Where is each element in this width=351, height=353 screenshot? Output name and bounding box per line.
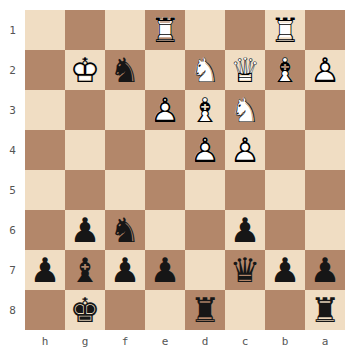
square-d2[interactable]: ♞♘ (185, 50, 225, 90)
square-b7[interactable]: ♟ (265, 250, 305, 290)
square-d5[interactable] (185, 170, 225, 210)
rank-label-4: 4 (0, 130, 25, 170)
rank-label-7: 7 (0, 250, 25, 290)
rank-label-3: 3 (0, 90, 25, 130)
square-h3[interactable] (25, 90, 65, 130)
white-pawn-piece: ♟♙ (145, 90, 185, 130)
square-f8[interactable] (105, 290, 145, 330)
black-king-piece: ♚ (65, 290, 105, 330)
square-e5[interactable] (145, 170, 185, 210)
chess-board-diagram: 12345678 ♜♖♜♖♚♔♞♞♘♛♕♝♗♟♙♟♙♝♗♞♘♟♙♟♙♟♞♟♟♝♟… (0, 0, 351, 353)
square-g4[interactable] (65, 130, 105, 170)
square-a3[interactable] (305, 90, 345, 130)
file-label-g: g (65, 330, 105, 353)
square-c3[interactable]: ♞♘ (225, 90, 265, 130)
white-knight-piece: ♞♘ (185, 50, 225, 90)
square-b4[interactable] (265, 130, 305, 170)
file-label-c: c (225, 330, 265, 353)
square-c2[interactable]: ♛♕ (225, 50, 265, 90)
file-labels: hgfedcba (25, 330, 345, 353)
square-g6[interactable]: ♟ (65, 210, 105, 250)
square-b3[interactable] (265, 90, 305, 130)
white-bishop-piece: ♝♗ (185, 90, 225, 130)
black-pawn-piece: ♟ (65, 210, 105, 250)
square-e6[interactable] (145, 210, 185, 250)
black-knight-piece: ♞ (105, 210, 145, 250)
white-rook-piece: ♜♖ (145, 10, 185, 50)
square-e8[interactable] (145, 290, 185, 330)
white-pawn-piece: ♟♙ (185, 130, 225, 170)
rank-labels: 12345678 (0, 10, 25, 330)
black-pawn-piece: ♟ (105, 250, 145, 290)
square-a6[interactable] (305, 210, 345, 250)
file-label-b: b (265, 330, 305, 353)
square-e2[interactable] (145, 50, 185, 90)
square-b5[interactable] (265, 170, 305, 210)
square-d7[interactable] (185, 250, 225, 290)
file-label-d: d (185, 330, 225, 353)
square-h6[interactable] (25, 210, 65, 250)
rank-label-8: 8 (0, 290, 25, 330)
square-f2[interactable]: ♞ (105, 50, 145, 90)
square-h4[interactable] (25, 130, 65, 170)
square-c7[interactable]: ♛ (225, 250, 265, 290)
black-pawn-piece: ♟ (305, 250, 345, 290)
square-e4[interactable] (145, 130, 185, 170)
square-f7[interactable]: ♟ (105, 250, 145, 290)
white-pawn-piece: ♟♙ (225, 130, 265, 170)
square-e3[interactable]: ♟♙ (145, 90, 185, 130)
black-pawn-piece: ♟ (145, 250, 185, 290)
square-d1[interactable] (185, 10, 225, 50)
rank-label-6: 6 (0, 210, 25, 250)
file-label-e: e (145, 330, 185, 353)
file-label-f: f (105, 330, 145, 353)
square-h2[interactable] (25, 50, 65, 90)
square-g8[interactable]: ♚ (65, 290, 105, 330)
square-e1[interactable]: ♜♖ (145, 10, 185, 50)
square-g2[interactable]: ♚♔ (65, 50, 105, 90)
white-queen-piece: ♛♕ (225, 50, 265, 90)
square-g7[interactable]: ♝ (65, 250, 105, 290)
white-rook-piece: ♜♖ (265, 10, 305, 50)
square-h5[interactable] (25, 170, 65, 210)
square-d8[interactable]: ♜ (185, 290, 225, 330)
square-h1[interactable] (25, 10, 65, 50)
black-rook-piece: ♜ (185, 290, 225, 330)
square-g1[interactable] (65, 10, 105, 50)
square-f5[interactable] (105, 170, 145, 210)
square-c8[interactable] (225, 290, 265, 330)
square-a1[interactable] (305, 10, 345, 50)
white-pawn-piece: ♟♙ (305, 50, 345, 90)
square-c6[interactable]: ♟ (225, 210, 265, 250)
square-f1[interactable] (105, 10, 145, 50)
square-e7[interactable]: ♟ (145, 250, 185, 290)
square-f3[interactable] (105, 90, 145, 130)
rank-label-1: 1 (0, 10, 25, 50)
chess-board: ♜♖♜♖♚♔♞♞♘♛♕♝♗♟♙♟♙♝♗♞♘♟♙♟♙♟♞♟♟♝♟♟♛♟♟♚♜♜ (25, 10, 345, 330)
square-a4[interactable] (305, 130, 345, 170)
black-bishop-piece: ♝ (65, 250, 105, 290)
square-a7[interactable]: ♟ (305, 250, 345, 290)
square-c5[interactable] (225, 170, 265, 210)
black-pawn-piece: ♟ (225, 210, 265, 250)
square-c1[interactable] (225, 10, 265, 50)
file-label-h: h (25, 330, 65, 353)
white-king-piece: ♚♔ (65, 50, 105, 90)
square-d6[interactable] (185, 210, 225, 250)
square-a2[interactable]: ♟♙ (305, 50, 345, 90)
square-b8[interactable] (265, 290, 305, 330)
square-d4[interactable]: ♟♙ (185, 130, 225, 170)
square-g3[interactable] (65, 90, 105, 130)
square-a5[interactable] (305, 170, 345, 210)
rank-label-2: 2 (0, 50, 25, 90)
square-f4[interactable] (105, 130, 145, 170)
square-c4[interactable]: ♟♙ (225, 130, 265, 170)
black-queen-piece: ♛ (225, 250, 265, 290)
square-b6[interactable] (265, 210, 305, 250)
black-pawn-piece: ♟ (25, 250, 65, 290)
black-rook-piece: ♜ (305, 290, 345, 330)
white-bishop-piece: ♝♗ (265, 50, 305, 90)
square-d3[interactable]: ♝♗ (185, 90, 225, 130)
file-label-a: a (305, 330, 345, 353)
square-g5[interactable] (65, 170, 105, 210)
square-h8[interactable] (25, 290, 65, 330)
rank-label-5: 5 (0, 170, 25, 210)
white-knight-piece: ♞♘ (225, 90, 265, 130)
square-b1[interactable]: ♜♖ (265, 10, 305, 50)
square-a8[interactable]: ♜ (305, 290, 345, 330)
square-f6[interactable]: ♞ (105, 210, 145, 250)
black-pawn-piece: ♟ (265, 250, 305, 290)
black-knight-piece: ♞ (105, 50, 145, 90)
square-h7[interactable]: ♟ (25, 250, 65, 290)
square-b2[interactable]: ♝♗ (265, 50, 305, 90)
